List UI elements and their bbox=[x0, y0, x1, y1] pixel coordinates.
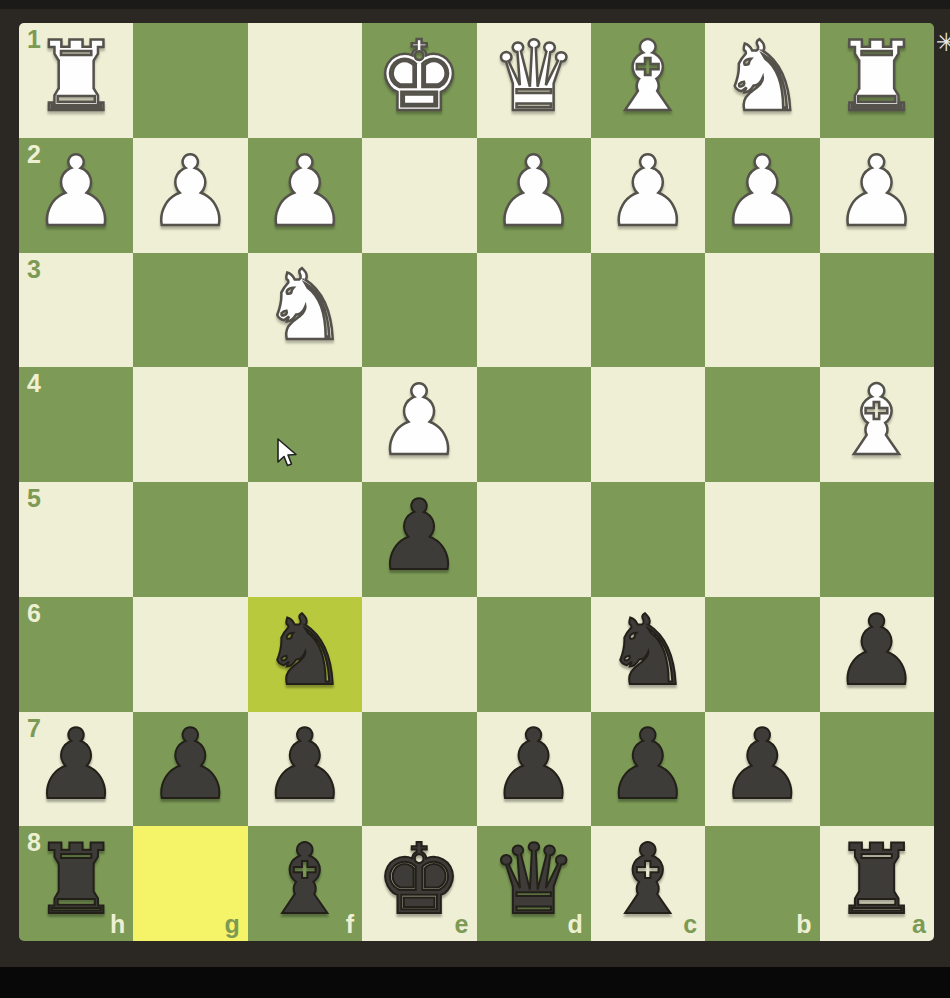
square-b4[interactable] bbox=[705, 367, 819, 482]
piece-white-pawn-b2[interactable]: ♟ bbox=[719, 143, 806, 240]
square-h7[interactable]: 7♟ bbox=[19, 712, 133, 827]
piece-black-bishop-f8[interactable]: ♝ bbox=[261, 831, 348, 928]
piece-black-pawn-g7[interactable]: ♟ bbox=[147, 716, 234, 813]
piece-black-pawn-c7[interactable]: ♟ bbox=[605, 716, 692, 813]
square-e2[interactable] bbox=[362, 138, 476, 253]
square-g5[interactable] bbox=[133, 482, 247, 597]
square-h8[interactable]: 8h♜ bbox=[19, 826, 133, 941]
piece-black-pawn-d7[interactable]: ♟ bbox=[490, 716, 577, 813]
square-a5[interactable] bbox=[820, 482, 934, 597]
piece-black-rook-h8[interactable]: ♜ bbox=[33, 831, 120, 928]
square-e3[interactable] bbox=[362, 253, 476, 368]
piece-white-pawn-d2[interactable]: ♟ bbox=[490, 143, 577, 240]
square-e7[interactable] bbox=[362, 712, 476, 827]
bottom-letterbox-bar bbox=[0, 967, 950, 998]
file-label-e: e bbox=[455, 912, 469, 937]
square-g6[interactable] bbox=[133, 597, 247, 712]
square-f1[interactable] bbox=[248, 23, 362, 138]
square-c8[interactable]: c♝ bbox=[591, 826, 705, 941]
square-d2[interactable]: ♟ bbox=[477, 138, 591, 253]
square-f8[interactable]: f♝ bbox=[248, 826, 362, 941]
square-b2[interactable]: ♟ bbox=[705, 138, 819, 253]
square-f4[interactable] bbox=[248, 367, 362, 482]
file-label-a: a bbox=[912, 912, 926, 937]
square-g2[interactable]: ♟ bbox=[133, 138, 247, 253]
square-d3[interactable] bbox=[477, 253, 591, 368]
square-f3[interactable]: ♞ bbox=[248, 253, 362, 368]
rank-label-3: 3 bbox=[27, 257, 41, 282]
piece-white-knight-b1[interactable]: ♞ bbox=[719, 28, 806, 125]
piece-white-knight-f3[interactable]: ♞ bbox=[261, 257, 348, 354]
square-d7[interactable]: ♟ bbox=[477, 712, 591, 827]
square-b7[interactable]: ♟ bbox=[705, 712, 819, 827]
piece-white-pawn-h2[interactable]: ♟ bbox=[33, 143, 120, 240]
square-b5[interactable] bbox=[705, 482, 819, 597]
square-h1[interactable]: 1♜ bbox=[19, 23, 133, 138]
square-a1[interactable]: ♜ bbox=[820, 23, 934, 138]
square-d6[interactable] bbox=[477, 597, 591, 712]
top-letterbox-strip bbox=[0, 0, 950, 9]
square-f5[interactable] bbox=[248, 482, 362, 597]
square-c4[interactable] bbox=[591, 367, 705, 482]
piece-white-rook-a1[interactable]: ♜ bbox=[833, 28, 920, 125]
piece-black-knight-c6[interactable]: ♞ bbox=[605, 602, 692, 699]
piece-black-pawn-a6[interactable]: ♟ bbox=[833, 602, 920, 699]
square-a4[interactable]: ♝ bbox=[820, 367, 934, 482]
file-label-d: d bbox=[568, 912, 583, 937]
square-f7[interactable]: ♟ bbox=[248, 712, 362, 827]
rank-label-4: 4 bbox=[27, 371, 41, 396]
square-e5[interactable]: ♟ bbox=[362, 482, 476, 597]
rank-label-5: 5 bbox=[27, 486, 41, 511]
file-label-h: h bbox=[110, 912, 125, 937]
square-a6[interactable]: ♟ bbox=[820, 597, 934, 712]
square-g1[interactable] bbox=[133, 23, 247, 138]
piece-white-bishop-c1[interactable]: ♝ bbox=[605, 28, 692, 125]
square-d5[interactable] bbox=[477, 482, 591, 597]
square-h4[interactable]: 4 bbox=[19, 367, 133, 482]
square-b8[interactable]: b bbox=[705, 826, 819, 941]
square-b3[interactable] bbox=[705, 253, 819, 368]
file-label-b: b bbox=[796, 912, 811, 937]
piece-white-pawn-g2[interactable]: ♟ bbox=[147, 143, 234, 240]
chess-board: 1♜♚♛♝♞♜2♟♟♟♟♟♟♟3♞4♟♝5♟6♞♞♟7♟♟♟♟♟♟8h♜gf♝e… bbox=[19, 23, 934, 941]
square-a3[interactable] bbox=[820, 253, 934, 368]
square-h3[interactable]: 3 bbox=[19, 253, 133, 368]
piece-white-pawn-c2[interactable]: ♟ bbox=[605, 143, 692, 240]
square-a8[interactable]: a♜ bbox=[820, 826, 934, 941]
piece-black-pawn-b7[interactable]: ♟ bbox=[719, 716, 806, 813]
square-g3[interactable] bbox=[133, 253, 247, 368]
file-label-f: f bbox=[346, 912, 354, 937]
piece-white-queen-d1[interactable]: ♛ bbox=[490, 28, 577, 125]
piece-white-rook-h1[interactable]: ♜ bbox=[33, 28, 120, 125]
square-c1[interactable]: ♝ bbox=[591, 23, 705, 138]
square-f6[interactable]: ♞ bbox=[248, 597, 362, 712]
square-f2[interactable]: ♟ bbox=[248, 138, 362, 253]
square-c3[interactable] bbox=[591, 253, 705, 368]
piece-white-king-e1[interactable]: ♚ bbox=[376, 28, 463, 125]
square-c6[interactable]: ♞ bbox=[591, 597, 705, 712]
square-c2[interactable]: ♟ bbox=[591, 138, 705, 253]
square-g8[interactable]: g bbox=[133, 826, 247, 941]
square-h6[interactable]: 6 bbox=[19, 597, 133, 712]
piece-black-king-e8[interactable]: ♚ bbox=[376, 831, 463, 928]
piece-white-pawn-e4[interactable]: ♟ bbox=[376, 372, 463, 469]
square-a7[interactable] bbox=[820, 712, 934, 827]
piece-black-queen-d8[interactable]: ♛ bbox=[490, 831, 577, 928]
piece-white-bishop-a4[interactable]: ♝ bbox=[833, 372, 920, 469]
piece-black-pawn-e5[interactable]: ♟ bbox=[376, 487, 463, 584]
square-g7[interactable]: ♟ bbox=[133, 712, 247, 827]
square-e4[interactable]: ♟ bbox=[362, 367, 476, 482]
settings-asterisk-icon[interactable]: ✳ bbox=[936, 30, 950, 55]
square-h2[interactable]: 2♟ bbox=[19, 138, 133, 253]
file-label-c: c bbox=[683, 912, 697, 937]
piece-black-rook-a8[interactable]: ♜ bbox=[833, 831, 920, 928]
square-b1[interactable]: ♞ bbox=[705, 23, 819, 138]
square-c5[interactable] bbox=[591, 482, 705, 597]
square-b6[interactable] bbox=[705, 597, 819, 712]
square-d4[interactable] bbox=[477, 367, 591, 482]
square-e1[interactable]: ♚ bbox=[362, 23, 476, 138]
square-c7[interactable]: ♟ bbox=[591, 712, 705, 827]
piece-black-knight-f6[interactable]: ♞ bbox=[261, 602, 348, 699]
piece-black-pawn-f7[interactable]: ♟ bbox=[261, 716, 348, 813]
square-d8[interactable]: d♛ bbox=[477, 826, 591, 941]
piece-black-bishop-c8[interactable]: ♝ bbox=[605, 831, 692, 928]
square-g4[interactable] bbox=[133, 367, 247, 482]
piece-white-pawn-a2[interactable]: ♟ bbox=[833, 143, 920, 240]
rank-label-6: 6 bbox=[27, 601, 41, 626]
square-d1[interactable]: ♛ bbox=[477, 23, 591, 138]
piece-black-pawn-h7[interactable]: ♟ bbox=[33, 716, 120, 813]
square-a2[interactable]: ♟ bbox=[820, 138, 934, 253]
square-e8[interactable]: e♚ bbox=[362, 826, 476, 941]
square-e6[interactable] bbox=[362, 597, 476, 712]
piece-white-pawn-f2[interactable]: ♟ bbox=[261, 143, 348, 240]
file-label-g: g bbox=[224, 912, 239, 937]
square-h5[interactable]: 5 bbox=[19, 482, 133, 597]
